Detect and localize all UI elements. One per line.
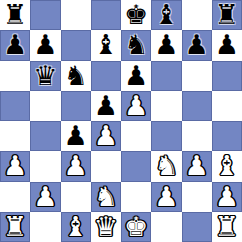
piece-white-knight-f3[interactable]: ♞ [154,151,178,181]
square-f3[interactable]: ♞ [151,151,181,181]
square-b6[interactable]: ♛ [30,61,60,91]
piece-white-king-e1[interactable]: ♚ [124,212,148,242]
square-e8[interactable]: ♚ [121,0,151,30]
square-a8[interactable]: ♜ [0,0,30,30]
piece-white-queen-d1[interactable]: ♛ [94,212,118,242]
square-f4[interactable] [151,121,181,151]
square-h1[interactable]: ♜ [212,212,242,242]
square-a5[interactable] [0,91,30,121]
piece-white-pawn-b2[interactable]: ♟ [33,182,57,212]
square-d8[interactable] [91,0,121,30]
square-b8[interactable] [30,0,60,30]
square-c6[interactable]: ♞ [61,61,91,91]
square-f1[interactable] [151,212,181,242]
square-e2[interactable] [121,182,151,212]
square-a6[interactable] [0,61,30,91]
square-g4[interactable] [182,121,212,151]
square-f6[interactable] [151,61,181,91]
square-c7[interactable] [61,30,91,60]
square-e6[interactable]: ♟ [121,61,151,91]
square-c5[interactable] [61,91,91,121]
piece-white-pawn-a3[interactable]: ♟ [3,151,27,181]
square-b3[interactable] [30,151,60,181]
piece-white-rook-a1[interactable]: ♜ [3,212,27,242]
piece-white-pawn-e5[interactable]: ♟ [124,91,148,121]
square-g8[interactable] [182,0,212,30]
chess-board[interactable]: ♜♚♝♜♟♟♝♞♟♟♟♛♞♟♟♟♟♟♟♟♞♟♝♟♞♟♟♜♝♛♚♜ [0,0,242,242]
square-h8[interactable]: ♜ [212,0,242,30]
piece-white-bishop-h3[interactable]: ♝ [215,151,239,181]
square-b7[interactable]: ♟ [30,30,60,60]
square-d1[interactable]: ♛ [91,212,121,242]
square-d5[interactable]: ♟ [91,91,121,121]
square-d4[interactable]: ♟ [91,121,121,151]
piece-white-pawn-f2[interactable]: ♟ [154,182,178,212]
piece-black-pawn-h7[interactable]: ♟ [215,30,239,60]
square-g1[interactable] [182,212,212,242]
square-c2[interactable] [61,182,91,212]
square-c3[interactable]: ♟ [61,151,91,181]
square-b1[interactable] [30,212,60,242]
square-b2[interactable]: ♟ [30,182,60,212]
piece-white-knight-d2[interactable]: ♞ [94,182,118,212]
piece-white-pawn-h2[interactable]: ♟ [215,182,239,212]
square-c8[interactable] [61,0,91,30]
square-e5[interactable]: ♟ [121,91,151,121]
square-b4[interactable] [30,121,60,151]
piece-black-pawn-g7[interactable]: ♟ [185,30,209,60]
square-e1[interactable]: ♚ [121,212,151,242]
piece-black-pawn-b7[interactable]: ♟ [33,30,57,60]
square-c1[interactable]: ♝ [61,212,91,242]
square-h6[interactable] [212,61,242,91]
piece-black-rook-a8[interactable]: ♜ [3,0,27,30]
square-a7[interactable]: ♟ [0,30,30,60]
square-h3[interactable]: ♝ [212,151,242,181]
square-g5[interactable] [182,91,212,121]
square-f7[interactable]: ♟ [151,30,181,60]
square-h4[interactable] [212,121,242,151]
piece-white-pawn-c3[interactable]: ♟ [64,151,88,181]
piece-white-pawn-g3[interactable]: ♟ [185,151,209,181]
square-a4[interactable] [0,121,30,151]
square-g6[interactable] [182,61,212,91]
square-e4[interactable] [121,121,151,151]
square-b5[interactable] [30,91,60,121]
square-g7[interactable]: ♟ [182,30,212,60]
piece-black-pawn-e6[interactable]: ♟ [124,61,148,91]
piece-white-pawn-d4[interactable]: ♟ [94,121,118,151]
square-e3[interactable] [121,151,151,181]
square-f2[interactable]: ♟ [151,182,181,212]
square-f8[interactable]: ♝ [151,0,181,30]
square-d2[interactable]: ♞ [91,182,121,212]
square-h2[interactable]: ♟ [212,182,242,212]
square-h5[interactable] [212,91,242,121]
piece-white-rook-h1[interactable]: ♜ [215,212,239,242]
square-d7[interactable]: ♝ [91,30,121,60]
square-g3[interactable]: ♟ [182,151,212,181]
square-a1[interactable]: ♜ [0,212,30,242]
piece-black-king-e8[interactable]: ♚ [124,0,148,30]
square-h7[interactable]: ♟ [212,30,242,60]
piece-white-bishop-c1[interactable]: ♝ [64,212,88,242]
square-a2[interactable] [0,182,30,212]
piece-black-pawn-a7[interactable]: ♟ [3,30,27,60]
piece-black-knight-c6[interactable]: ♞ [64,61,88,91]
square-f5[interactable] [151,91,181,121]
square-c4[interactable]: ♟ [61,121,91,151]
piece-black-bishop-d7[interactable]: ♝ [94,30,118,60]
square-a3[interactable]: ♟ [0,151,30,181]
piece-black-bishop-f8[interactable]: ♝ [154,0,178,30]
piece-black-pawn-d5[interactable]: ♟ [94,91,118,121]
square-g2[interactable] [182,182,212,212]
piece-black-knight-e7[interactable]: ♞ [124,30,148,60]
square-e7[interactable]: ♞ [121,30,151,60]
square-d6[interactable] [91,61,121,91]
piece-black-queen-b6[interactable]: ♛ [33,61,57,91]
piece-black-rook-h8[interactable]: ♜ [215,0,239,30]
piece-black-pawn-c4[interactable]: ♟ [64,121,88,151]
piece-black-pawn-f7[interactable]: ♟ [154,30,178,60]
square-d3[interactable] [91,151,121,181]
